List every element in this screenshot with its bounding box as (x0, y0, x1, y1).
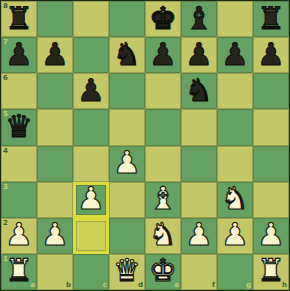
square-a8[interactable]: 8♜ (1, 1, 37, 37)
square-c3[interactable]: ♟ (73, 182, 109, 218)
piece-black-king[interactable]: ♚ (149, 3, 177, 34)
square-a2[interactable]: 2♟ (1, 218, 37, 254)
square-f4[interactable] (181, 146, 217, 182)
square-e8[interactable]: ♚ (145, 1, 181, 37)
square-c6[interactable]: ♟ (73, 73, 109, 109)
piece-white-bishop[interactable]: ♝ (149, 183, 177, 214)
square-a3[interactable]: 3 (1, 182, 37, 218)
piece-black-pawn[interactable]: ♟ (77, 75, 105, 106)
square-d2[interactable] (109, 218, 145, 254)
file-label-f: f (212, 282, 215, 289)
piece-white-pawn[interactable]: ♟ (185, 219, 213, 250)
piece-white-pawn[interactable]: ♟ (113, 147, 141, 178)
square-e7[interactable]: ♟ (145, 37, 181, 73)
piece-white-rook[interactable]: ♜ (257, 255, 285, 286)
square-c4[interactable] (73, 146, 109, 182)
square-h3[interactable] (253, 182, 289, 218)
square-b4[interactable] (37, 146, 73, 182)
square-a7[interactable]: 7♟ (1, 37, 37, 73)
square-c7[interactable] (73, 37, 109, 73)
square-c8[interactable] (73, 1, 109, 37)
square-f2[interactable]: ♟ (181, 218, 217, 254)
square-b6[interactable] (37, 73, 73, 109)
piece-black-queen[interactable]: ♛ (5, 111, 33, 142)
piece-black-pawn[interactable]: ♟ (149, 39, 177, 70)
square-h7[interactable]: ♟ (253, 37, 289, 73)
square-d4[interactable]: ♟ (109, 146, 145, 182)
square-d8[interactable] (109, 1, 145, 37)
square-f3[interactable] (181, 182, 217, 218)
piece-black-pawn[interactable]: ♟ (221, 39, 249, 70)
square-b3[interactable] (37, 182, 73, 218)
piece-white-pawn[interactable]: ♟ (77, 183, 105, 214)
square-d5[interactable] (109, 109, 145, 145)
square-b7[interactable]: ♟ (37, 37, 73, 73)
square-f7[interactable]: ♟ (181, 37, 217, 73)
square-g6[interactable] (217, 73, 253, 109)
rank-label-4: 4 (3, 148, 8, 155)
chess-board: 8♜♚♝♜7♟♟♞♟♟♟♟6♟♞5♛4♟3♟♝♞2♟♟♞♟♟♟1a♜bcd♛e♚… (0, 0, 290, 291)
square-d6[interactable] (109, 73, 145, 109)
piece-black-pawn[interactable]: ♟ (41, 39, 69, 70)
file-label-b: b (66, 282, 71, 289)
board-grid: 8♜♚♝♜7♟♟♞♟♟♟♟6♟♞5♛4♟3♟♝♞2♟♟♞♟♟♟1a♜bcd♛e♚… (1, 1, 289, 290)
piece-black-rook[interactable]: ♜ (257, 3, 285, 34)
piece-white-knight[interactable]: ♞ (221, 183, 249, 214)
square-g2[interactable]: ♟ (217, 218, 253, 254)
square-e4[interactable] (145, 146, 181, 182)
square-b5[interactable] (37, 109, 73, 145)
piece-white-knight[interactable]: ♞ (149, 219, 177, 250)
piece-black-knight[interactable]: ♞ (185, 75, 213, 106)
square-e3[interactable]: ♝ (145, 182, 181, 218)
square-a6[interactable]: 6 (1, 73, 37, 109)
piece-white-king[interactable]: ♚ (149, 255, 177, 286)
square-c2[interactable] (73, 218, 109, 254)
piece-white-pawn[interactable]: ♟ (5, 219, 33, 250)
piece-white-queen[interactable]: ♛ (113, 255, 141, 286)
square-f6[interactable]: ♞ (181, 73, 217, 109)
square-d3[interactable] (109, 182, 145, 218)
square-e2[interactable]: ♞ (145, 218, 181, 254)
square-f5[interactable] (181, 109, 217, 145)
square-g3[interactable]: ♞ (217, 182, 253, 218)
square-h5[interactable] (253, 109, 289, 145)
piece-black-bishop[interactable]: ♝ (185, 3, 213, 34)
square-f1[interactable]: f (181, 254, 217, 290)
rank-label-6: 6 (3, 75, 8, 82)
square-h4[interactable] (253, 146, 289, 182)
square-h1[interactable]: h♜ (253, 254, 289, 290)
square-h8[interactable]: ♜ (253, 1, 289, 37)
square-a1[interactable]: 1a♜ (1, 254, 37, 290)
file-label-g: g (246, 282, 251, 289)
piece-white-rook[interactable]: ♜ (5, 255, 33, 286)
piece-black-pawn[interactable]: ♟ (185, 39, 213, 70)
piece-black-pawn[interactable]: ♟ (257, 39, 285, 70)
piece-black-rook[interactable]: ♜ (5, 3, 33, 34)
square-c1[interactable]: c (73, 254, 109, 290)
square-e6[interactable] (145, 73, 181, 109)
square-d7[interactable]: ♞ (109, 37, 145, 73)
square-e5[interactable] (145, 109, 181, 145)
square-a4[interactable]: 4 (1, 146, 37, 182)
file-label-c: c (103, 282, 107, 289)
square-c5[interactable] (73, 109, 109, 145)
square-a5[interactable]: 5♛ (1, 109, 37, 145)
piece-white-pawn[interactable]: ♟ (41, 219, 69, 250)
square-g5[interactable] (217, 109, 253, 145)
square-b2[interactable]: ♟ (37, 218, 73, 254)
piece-white-pawn[interactable]: ♟ (221, 219, 249, 250)
square-g4[interactable] (217, 146, 253, 182)
square-g1[interactable]: g (217, 254, 253, 290)
square-e1[interactable]: e♚ (145, 254, 181, 290)
piece-white-pawn[interactable]: ♟ (257, 219, 285, 250)
square-d1[interactable]: d♛ (109, 254, 145, 290)
rank-label-3: 3 (3, 184, 8, 191)
piece-black-knight[interactable]: ♞ (113, 39, 141, 70)
square-g7[interactable]: ♟ (217, 37, 253, 73)
piece-black-pawn[interactable]: ♟ (5, 39, 33, 70)
square-b8[interactable] (37, 1, 73, 37)
square-h2[interactable]: ♟ (253, 218, 289, 254)
square-f8[interactable]: ♝ (181, 1, 217, 37)
square-b1[interactable]: b (37, 254, 73, 290)
square-g8[interactable] (217, 1, 253, 37)
square-h6[interactable] (253, 73, 289, 109)
